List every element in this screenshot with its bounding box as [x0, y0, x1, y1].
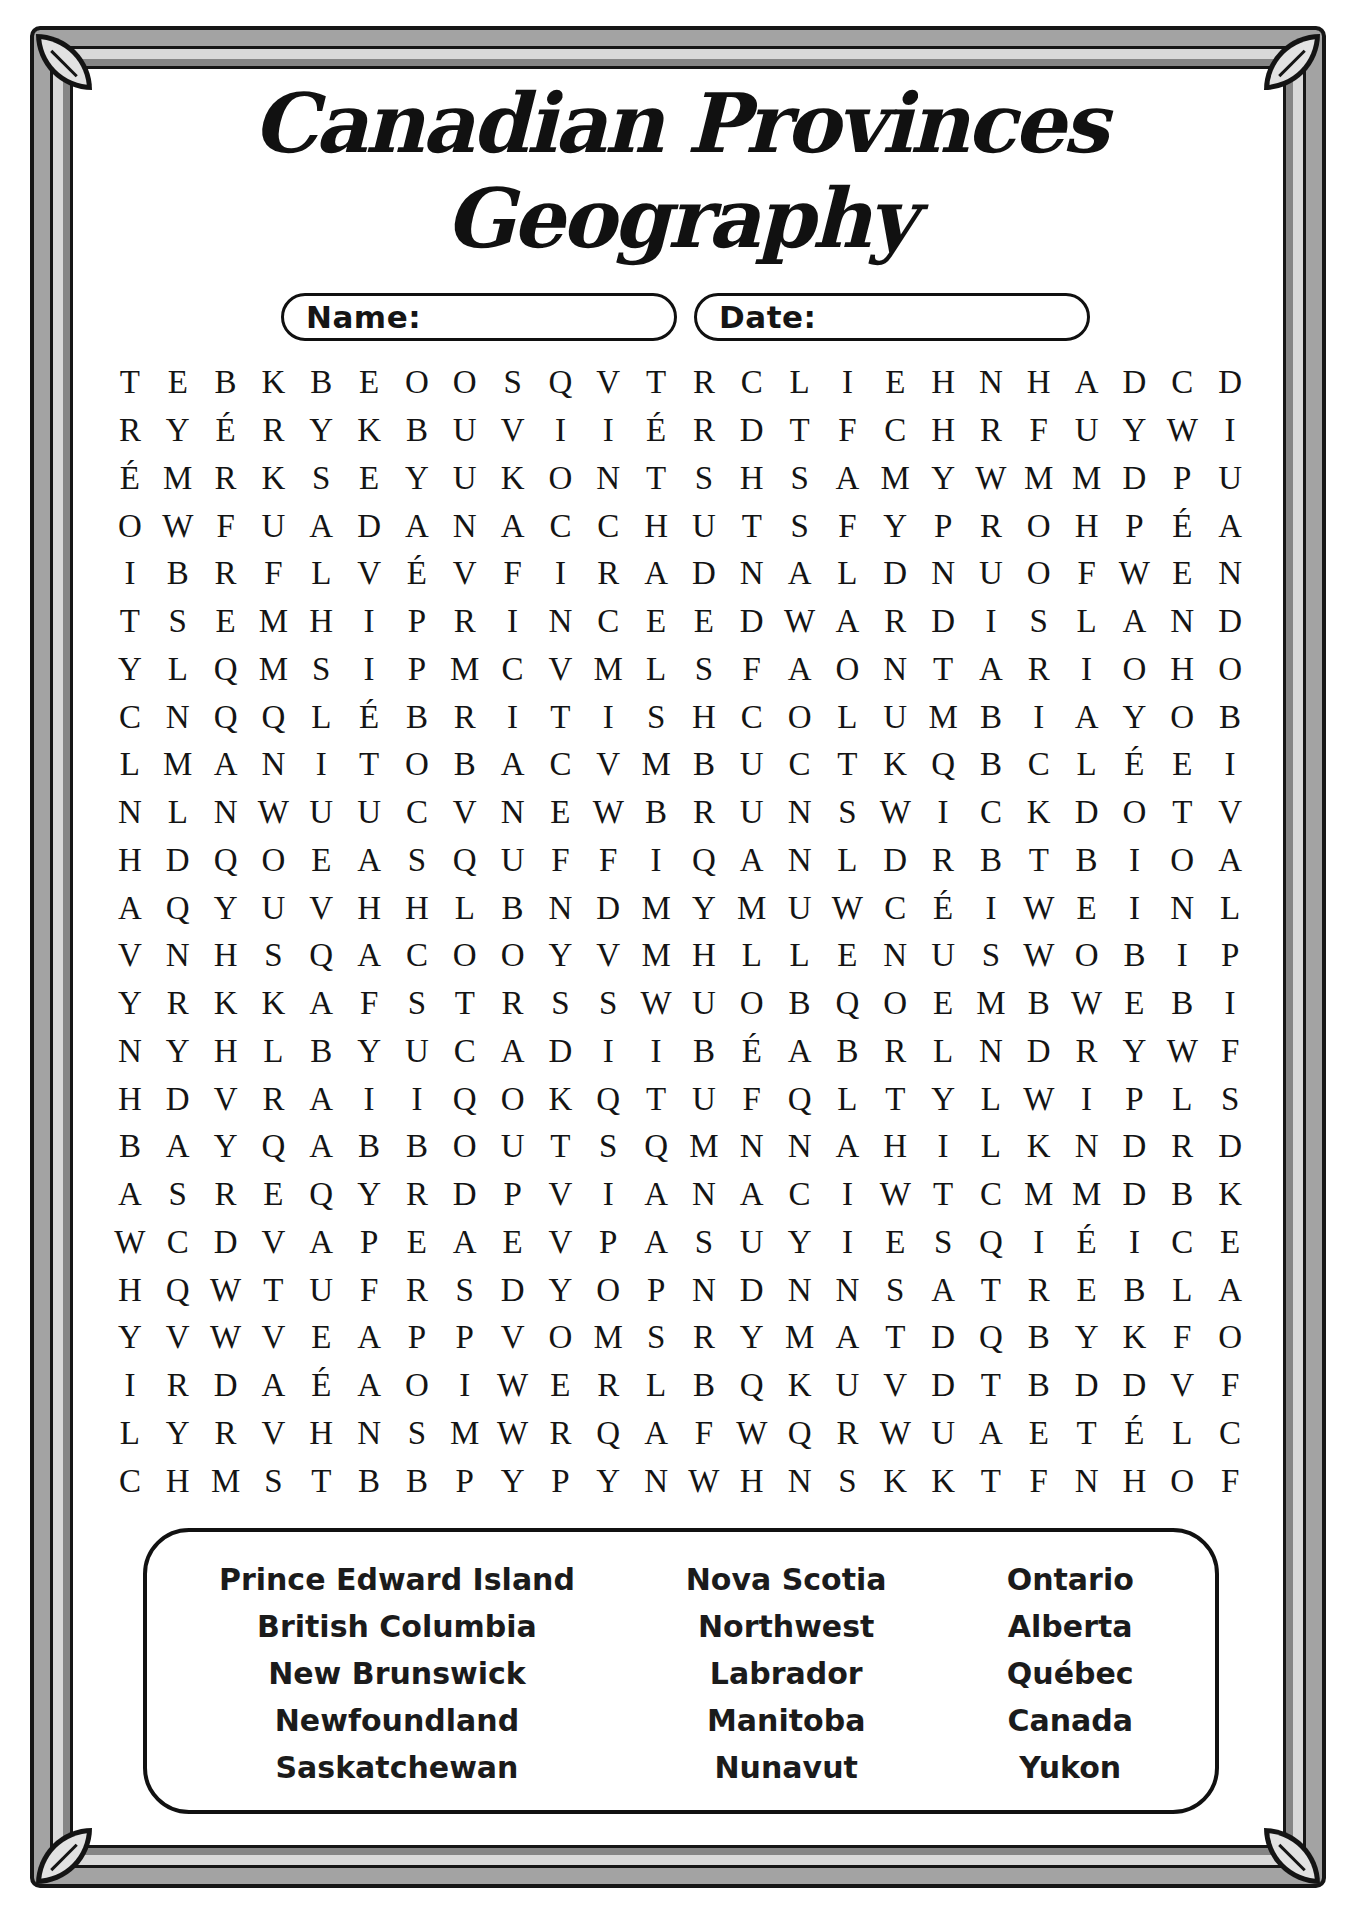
grid-cell[interactable]: R	[1015, 646, 1063, 694]
grid-cell[interactable]: N	[919, 550, 967, 598]
grid-cell[interactable]: P	[536, 1457, 584, 1505]
grid-cell[interactable]: W	[871, 789, 919, 837]
grid-cell[interactable]: R	[536, 1410, 584, 1458]
grid-cell[interactable]: P	[441, 1457, 489, 1505]
grid-cell[interactable]: Y	[536, 1266, 584, 1314]
grid-cell[interactable]: A	[297, 1219, 345, 1267]
grid-cell[interactable]: V	[1158, 1362, 1206, 1410]
grid-cell[interactable]: U	[919, 932, 967, 980]
grid-cell[interactable]: T	[632, 1075, 680, 1123]
grid-cell[interactable]: É	[393, 550, 441, 598]
grid-cell[interactable]: P	[1110, 502, 1158, 550]
grid-cell[interactable]: F	[1015, 407, 1063, 455]
grid-cell[interactable]: O	[728, 980, 776, 1028]
grid-cell[interactable]: B	[297, 1028, 345, 1076]
grid-cell[interactable]: T	[106, 598, 154, 646]
grid-cell[interactable]: I	[1110, 884, 1158, 932]
grid-cell[interactable]: S	[680, 646, 728, 694]
grid-cell[interactable]: Y	[584, 1457, 632, 1505]
grid-cell[interactable]: Y	[154, 407, 202, 455]
grid-cell[interactable]: B	[1110, 1266, 1158, 1314]
grid-cell[interactable]: U	[297, 789, 345, 837]
grid-cell[interactable]: V	[536, 1219, 584, 1267]
grid-cell[interactable]: M	[728, 884, 776, 932]
grid-cell[interactable]: M	[441, 646, 489, 694]
grid-cell[interactable]: N	[728, 550, 776, 598]
grid-cell[interactable]: F	[202, 502, 250, 550]
grid-cell[interactable]: U	[680, 980, 728, 1028]
grid-cell[interactable]: C	[154, 1219, 202, 1267]
grid-cell[interactable]: U	[680, 1075, 728, 1123]
grid-cell[interactable]: A	[776, 550, 824, 598]
grid-cell[interactable]: Y	[106, 1314, 154, 1362]
grid-cell[interactable]: É	[632, 407, 680, 455]
grid-cell[interactable]: M	[249, 598, 297, 646]
grid-cell[interactable]: Y	[202, 1123, 250, 1171]
grid-cell[interactable]: I	[297, 741, 345, 789]
grid-cell[interactable]: A	[632, 1410, 680, 1458]
grid-cell[interactable]: N	[1206, 550, 1254, 598]
grid-cell[interactable]: I	[489, 693, 537, 741]
grid-cell[interactable]: O	[1110, 646, 1158, 694]
grid-cell[interactable]: E	[536, 789, 584, 837]
grid-cell[interactable]: R	[680, 359, 728, 407]
grid-cell[interactable]: R	[154, 1362, 202, 1410]
grid-cell[interactable]: F	[1206, 1028, 1254, 1076]
grid-cell[interactable]: I	[584, 1171, 632, 1219]
grid-cell[interactable]: D	[1206, 359, 1254, 407]
grid-cell[interactable]: Q	[776, 1075, 824, 1123]
grid-cell[interactable]: D	[489, 1266, 537, 1314]
grid-cell[interactable]: D	[1206, 598, 1254, 646]
grid-cell[interactable]: R	[202, 550, 250, 598]
grid-cell[interactable]: O	[489, 932, 537, 980]
grid-cell[interactable]: S	[297, 455, 345, 503]
grid-cell[interactable]: V	[536, 1171, 584, 1219]
grid-cell[interactable]: U	[823, 1362, 871, 1410]
grid-cell[interactable]: I	[584, 693, 632, 741]
grid-cell[interactable]: D	[1063, 1362, 1111, 1410]
grid-cell[interactable]: V	[249, 1410, 297, 1458]
grid-cell[interactable]: L	[1206, 884, 1254, 932]
grid-cell[interactable]: A	[441, 1219, 489, 1267]
grid-cell[interactable]: B	[441, 741, 489, 789]
grid-cell[interactable]: I	[489, 598, 537, 646]
grid-cell[interactable]: B	[967, 741, 1015, 789]
grid-cell[interactable]: N	[1063, 1457, 1111, 1505]
grid-cell[interactable]: E	[1063, 1266, 1111, 1314]
grid-cell[interactable]: U	[728, 789, 776, 837]
grid-cell[interactable]: Y	[1110, 693, 1158, 741]
grid-cell[interactable]: W	[871, 1171, 919, 1219]
grid-cell[interactable]: W	[584, 789, 632, 837]
grid-cell[interactable]: H	[919, 359, 967, 407]
grid-cell[interactable]: N	[776, 1266, 824, 1314]
grid-cell[interactable]: A	[297, 1075, 345, 1123]
grid-cell[interactable]: T	[1015, 837, 1063, 885]
grid-cell[interactable]: E	[154, 359, 202, 407]
grid-cell[interactable]: T	[632, 455, 680, 503]
grid-cell[interactable]: R	[489, 980, 537, 1028]
grid-cell[interactable]: A	[154, 1123, 202, 1171]
grid-cell[interactable]: É	[345, 693, 393, 741]
grid-cell[interactable]: R	[584, 1362, 632, 1410]
grid-cell[interactable]: D	[1110, 455, 1158, 503]
grid-cell[interactable]: A	[1063, 693, 1111, 741]
grid-cell[interactable]: W	[1158, 407, 1206, 455]
grid-cell[interactable]: S	[154, 1171, 202, 1219]
grid-cell[interactable]: S	[823, 1457, 871, 1505]
grid-cell[interactable]: T	[823, 741, 871, 789]
grid-cell[interactable]: C	[393, 789, 441, 837]
grid-cell[interactable]: T	[632, 359, 680, 407]
grid-cell[interactable]: A	[776, 1028, 824, 1076]
grid-cell[interactable]: I	[823, 1219, 871, 1267]
grid-cell[interactable]: M	[202, 1457, 250, 1505]
grid-cell[interactable]: M	[632, 741, 680, 789]
grid-cell[interactable]: B	[393, 1123, 441, 1171]
grid-cell[interactable]: E	[1110, 980, 1158, 1028]
name-field[interactable]: Name:	[281, 293, 677, 341]
grid-cell[interactable]: M	[1063, 455, 1111, 503]
grid-cell[interactable]: K	[536, 1075, 584, 1123]
grid-cell[interactable]: A	[919, 1266, 967, 1314]
grid-cell[interactable]: R	[441, 598, 489, 646]
grid-cell[interactable]: E	[297, 1314, 345, 1362]
grid-cell[interactable]: W	[871, 1410, 919, 1458]
grid-cell[interactable]: L	[154, 789, 202, 837]
grid-cell[interactable]: E	[393, 1219, 441, 1267]
grid-cell[interactable]: C	[536, 502, 584, 550]
grid-cell[interactable]: I	[1063, 646, 1111, 694]
grid-cell[interactable]: T	[1158, 789, 1206, 837]
grid-cell[interactable]: U	[967, 550, 1015, 598]
grid-cell[interactable]: A	[823, 598, 871, 646]
grid-cell[interactable]: O	[393, 1362, 441, 1410]
grid-cell[interactable]: E	[1015, 1410, 1063, 1458]
grid-cell[interactable]: Y	[489, 1457, 537, 1505]
grid-cell[interactable]: Y	[1110, 1028, 1158, 1076]
grid-cell[interactable]: L	[967, 1123, 1015, 1171]
grid-cell[interactable]: B	[1206, 693, 1254, 741]
grid-cell[interactable]: Q	[967, 1219, 1015, 1267]
grid-cell[interactable]: Q	[776, 1410, 824, 1458]
grid-cell[interactable]: S	[776, 455, 824, 503]
grid-cell[interactable]: I	[919, 1123, 967, 1171]
grid-cell[interactable]: A	[249, 1362, 297, 1410]
grid-cell[interactable]: W	[1158, 1028, 1206, 1076]
grid-cell[interactable]: A	[297, 980, 345, 1028]
grid-cell[interactable]: É	[297, 1362, 345, 1410]
grid-cell[interactable]: A	[776, 646, 824, 694]
grid-cell[interactable]: Q	[823, 980, 871, 1028]
grid-cell[interactable]: I	[441, 1362, 489, 1410]
grid-cell[interactable]: P	[441, 1314, 489, 1362]
grid-cell[interactable]: F	[1015, 1457, 1063, 1505]
grid-cell[interactable]: B	[1015, 980, 1063, 1028]
grid-cell[interactable]: A	[823, 455, 871, 503]
grid-cell[interactable]: D	[728, 1266, 776, 1314]
grid-cell[interactable]: F	[823, 502, 871, 550]
grid-cell[interactable]: R	[393, 1171, 441, 1219]
grid-cell[interactable]: M	[632, 932, 680, 980]
grid-cell[interactable]: K	[919, 1457, 967, 1505]
grid-cell[interactable]: E	[202, 598, 250, 646]
grid-cell[interactable]: Q	[297, 932, 345, 980]
grid-cell[interactable]: B	[632, 789, 680, 837]
grid-cell[interactable]: O	[1015, 502, 1063, 550]
grid-cell[interactable]: A	[297, 502, 345, 550]
grid-cell[interactable]: C	[1158, 1219, 1206, 1267]
grid-cell[interactable]: R	[871, 598, 919, 646]
grid-cell[interactable]: N	[632, 1457, 680, 1505]
grid-cell[interactable]: L	[632, 1362, 680, 1410]
grid-cell[interactable]: N	[489, 789, 537, 837]
grid-cell[interactable]: W	[728, 1410, 776, 1458]
grid-cell[interactable]: P	[632, 1266, 680, 1314]
grid-cell[interactable]: P	[393, 598, 441, 646]
grid-cell[interactable]: H	[1158, 646, 1206, 694]
grid-cell[interactable]: N	[1158, 884, 1206, 932]
grid-cell[interactable]: C	[871, 407, 919, 455]
grid-cell[interactable]: B	[680, 1028, 728, 1076]
grid-cell[interactable]: D	[1110, 1362, 1158, 1410]
grid-cell[interactable]: W	[1015, 932, 1063, 980]
grid-cell[interactable]: S	[680, 1219, 728, 1267]
grid-cell[interactable]: M	[1063, 1171, 1111, 1219]
grid-cell[interactable]: Q	[202, 693, 250, 741]
grid-cell[interactable]: L	[632, 646, 680, 694]
grid-cell[interactable]: C	[728, 693, 776, 741]
grid-cell[interactable]: É	[202, 407, 250, 455]
grid-cell[interactable]: N	[536, 598, 584, 646]
grid-cell[interactable]: A	[1206, 1266, 1254, 1314]
grid-cell[interactable]: D	[154, 837, 202, 885]
grid-cell[interactable]: W	[680, 1457, 728, 1505]
grid-cell[interactable]: K	[489, 455, 537, 503]
grid-cell[interactable]: V	[249, 1314, 297, 1362]
grid-cell[interactable]: É	[1110, 741, 1158, 789]
grid-cell[interactable]: F	[489, 550, 537, 598]
grid-cell[interactable]: W	[823, 884, 871, 932]
grid-cell[interactable]: K	[871, 741, 919, 789]
grid-cell[interactable]: R	[202, 1410, 250, 1458]
grid-cell[interactable]: N	[776, 837, 824, 885]
grid-cell[interactable]: A	[1206, 837, 1254, 885]
grid-cell[interactable]: E	[823, 932, 871, 980]
grid-cell[interactable]: K	[1206, 1171, 1254, 1219]
grid-cell[interactable]: A	[345, 932, 393, 980]
grid-cell[interactable]: A	[1063, 359, 1111, 407]
grid-cell[interactable]: O	[106, 502, 154, 550]
grid-cell[interactable]: M	[967, 980, 1015, 1028]
grid-cell[interactable]: I	[1015, 693, 1063, 741]
grid-cell[interactable]: L	[823, 550, 871, 598]
grid-cell[interactable]: N	[536, 884, 584, 932]
grid-cell[interactable]: U	[441, 455, 489, 503]
grid-cell[interactable]: L	[106, 741, 154, 789]
grid-cell[interactable]: B	[393, 407, 441, 455]
grid-cell[interactable]: S	[393, 837, 441, 885]
grid-cell[interactable]: K	[1015, 1123, 1063, 1171]
grid-cell[interactable]: M	[1015, 455, 1063, 503]
grid-cell[interactable]: F	[680, 1410, 728, 1458]
grid-cell[interactable]: M	[154, 741, 202, 789]
grid-cell[interactable]: A	[728, 837, 776, 885]
grid-cell[interactable]: A	[489, 741, 537, 789]
grid-cell[interactable]: K	[249, 455, 297, 503]
grid-cell[interactable]: N	[249, 741, 297, 789]
grid-cell[interactable]: R	[967, 502, 1015, 550]
grid-cell[interactable]: W	[249, 789, 297, 837]
grid-cell[interactable]: U	[489, 837, 537, 885]
grid-cell[interactable]: I	[584, 407, 632, 455]
grid-cell[interactable]: C	[584, 502, 632, 550]
grid-cell[interactable]: N	[967, 1028, 1015, 1076]
grid-cell[interactable]: V	[441, 550, 489, 598]
grid-cell[interactable]: I	[823, 359, 871, 407]
grid-cell[interactable]: N	[871, 932, 919, 980]
grid-cell[interactable]: B	[202, 359, 250, 407]
grid-cell[interactable]: N	[871, 646, 919, 694]
grid-cell[interactable]: H	[202, 1028, 250, 1076]
grid-cell[interactable]: F	[345, 1266, 393, 1314]
grid-cell[interactable]: A	[1110, 598, 1158, 646]
grid-cell[interactable]: L	[776, 359, 824, 407]
grid-cell[interactable]: É	[919, 884, 967, 932]
grid-cell[interactable]: U	[728, 741, 776, 789]
grid-cell[interactable]: E	[249, 1171, 297, 1219]
grid-cell[interactable]: B	[1015, 1314, 1063, 1362]
grid-cell[interactable]: E	[1158, 550, 1206, 598]
grid-cell[interactable]: E	[345, 455, 393, 503]
grid-cell[interactable]: K	[249, 980, 297, 1028]
grid-cell[interactable]: P	[919, 502, 967, 550]
grid-cell[interactable]: U	[776, 884, 824, 932]
grid-cell[interactable]: E	[1206, 1219, 1254, 1267]
grid-cell[interactable]: S	[584, 1123, 632, 1171]
grid-cell[interactable]: Y	[297, 407, 345, 455]
grid-cell[interactable]: R	[106, 407, 154, 455]
grid-cell[interactable]: S	[584, 980, 632, 1028]
grid-cell[interactable]: H	[728, 1457, 776, 1505]
grid-cell[interactable]: I	[1206, 741, 1254, 789]
grid-cell[interactable]: N	[1063, 1123, 1111, 1171]
grid-cell[interactable]: L	[1158, 1410, 1206, 1458]
grid-cell[interactable]: D	[441, 1171, 489, 1219]
grid-cell[interactable]: O	[536, 455, 584, 503]
grid-cell[interactable]: C	[106, 1457, 154, 1505]
grid-cell[interactable]: A	[345, 1314, 393, 1362]
grid-cell[interactable]: P	[1206, 932, 1254, 980]
grid-cell[interactable]: Q	[202, 646, 250, 694]
grid-cell[interactable]: D	[1063, 789, 1111, 837]
grid-cell[interactable]: D	[728, 407, 776, 455]
grid-cell[interactable]: É	[728, 1028, 776, 1076]
grid-cell[interactable]: Q	[536, 359, 584, 407]
grid-cell[interactable]: H	[1063, 502, 1111, 550]
grid-cell[interactable]: R	[967, 407, 1015, 455]
grid-cell[interactable]: S	[632, 693, 680, 741]
grid-cell[interactable]: A	[967, 646, 1015, 694]
grid-cell[interactable]: O	[823, 646, 871, 694]
grid-cell[interactable]: R	[202, 455, 250, 503]
grid-cell[interactable]: Q	[249, 693, 297, 741]
grid-cell[interactable]: Q	[441, 1075, 489, 1123]
grid-cell[interactable]: V	[536, 646, 584, 694]
grid-cell[interactable]: I	[632, 837, 680, 885]
grid-cell[interactable]: D	[871, 550, 919, 598]
grid-cell[interactable]: O	[871, 980, 919, 1028]
grid-cell[interactable]: L	[823, 693, 871, 741]
grid-cell[interactable]: S	[536, 980, 584, 1028]
grid-cell[interactable]: D	[728, 598, 776, 646]
grid-cell[interactable]: L	[106, 1410, 154, 1458]
grid-cell[interactable]: D	[871, 837, 919, 885]
grid-cell[interactable]: A	[106, 884, 154, 932]
grid-cell[interactable]: W	[632, 980, 680, 1028]
grid-cell[interactable]: Y	[154, 1410, 202, 1458]
grid-cell[interactable]: K	[202, 980, 250, 1028]
grid-cell[interactable]: D	[1110, 359, 1158, 407]
grid-cell[interactable]: S	[393, 980, 441, 1028]
grid-cell[interactable]: S	[249, 1457, 297, 1505]
grid-cell[interactable]: B	[345, 1457, 393, 1505]
grid-cell[interactable]: B	[393, 693, 441, 741]
grid-cell[interactable]: C	[728, 359, 776, 407]
grid-cell[interactable]: L	[1158, 1075, 1206, 1123]
grid-cell[interactable]: O	[1063, 932, 1111, 980]
grid-cell[interactable]: B	[106, 1123, 154, 1171]
grid-cell[interactable]: É	[1063, 1219, 1111, 1267]
grid-cell[interactable]: Y	[1110, 407, 1158, 455]
grid-cell[interactable]: R	[249, 407, 297, 455]
grid-cell[interactable]: B	[823, 1028, 871, 1076]
grid-cell[interactable]: R	[393, 1266, 441, 1314]
grid-cell[interactable]: W	[489, 1362, 537, 1410]
grid-cell[interactable]: U	[249, 884, 297, 932]
grid-cell[interactable]: O	[584, 1266, 632, 1314]
grid-cell[interactable]: B	[1015, 1362, 1063, 1410]
grid-cell[interactable]: H	[871, 1123, 919, 1171]
grid-cell[interactable]: Q	[919, 741, 967, 789]
grid-cell[interactable]: L	[776, 932, 824, 980]
grid-cell[interactable]: V	[1206, 789, 1254, 837]
grid-cell[interactable]: O	[776, 693, 824, 741]
grid-cell[interactable]: I	[1158, 932, 1206, 980]
grid-cell[interactable]: P	[345, 1219, 393, 1267]
grid-cell[interactable]: C	[106, 693, 154, 741]
grid-cell[interactable]: S	[871, 1266, 919, 1314]
grid-cell[interactable]: U	[919, 1410, 967, 1458]
grid-cell[interactable]: M	[632, 884, 680, 932]
grid-cell[interactable]: U	[297, 1266, 345, 1314]
grid-cell[interactable]: F	[728, 1075, 776, 1123]
grid-cell[interactable]: F	[1063, 550, 1111, 598]
grid-cell[interactable]: K	[345, 407, 393, 455]
grid-cell[interactable]: H	[632, 502, 680, 550]
grid-cell[interactable]: T	[106, 359, 154, 407]
grid-cell[interactable]: M	[871, 455, 919, 503]
grid-cell[interactable]: I	[393, 1075, 441, 1123]
grid-cell[interactable]: Q	[967, 1314, 1015, 1362]
grid-cell[interactable]: D	[1206, 1123, 1254, 1171]
grid-cell[interactable]: Q	[680, 837, 728, 885]
grid-cell[interactable]: N	[967, 359, 1015, 407]
grid-cell[interactable]: Y	[871, 502, 919, 550]
grid-cell[interactable]: T	[967, 1457, 1015, 1505]
grid-cell[interactable]: W	[489, 1410, 537, 1458]
